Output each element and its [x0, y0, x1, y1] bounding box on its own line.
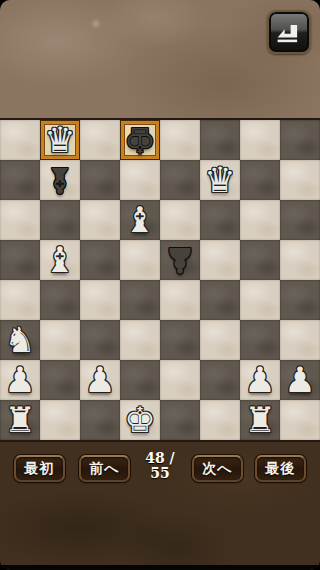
square-d6[interactable]: ♝ — [120, 200, 160, 240]
square-h3[interactable] — [280, 320, 320, 360]
square-a1[interactable]: ♜ — [0, 400, 40, 440]
top-frame — [0, 0, 320, 118]
piece-black-bishop-b7: ♝ — [40, 160, 80, 200]
next-move-button[interactable]: 次へ — [192, 455, 243, 482]
piece-white-rook-a1: ♜ — [0, 400, 40, 440]
square-c7[interactable] — [80, 160, 120, 200]
piece-white-pawn-g2: ♟ — [240, 360, 280, 400]
rotate-arrow-icon — [276, 19, 302, 45]
piece-black-king-d8: ♚ — [120, 120, 160, 160]
square-e2[interactable] — [160, 360, 200, 400]
square-f1[interactable] — [200, 400, 240, 440]
square-d8[interactable]: ♚ — [120, 120, 160, 160]
piece-white-queen-b8: ♛ — [40, 120, 80, 160]
square-f3[interactable] — [200, 320, 240, 360]
square-e6[interactable] — [160, 200, 200, 240]
square-f6[interactable] — [200, 200, 240, 240]
square-g8[interactable] — [240, 120, 280, 160]
square-a4[interactable] — [0, 280, 40, 320]
piece-white-pawn-a2: ♟ — [0, 360, 40, 400]
app-screen: ♛♚♝♛♝♝♟♞♟♟♟♟♜♚♜ 最初 前へ 48 / 55 次へ 最後 — [0, 0, 320, 570]
square-f8[interactable] — [200, 120, 240, 160]
square-h7[interactable] — [280, 160, 320, 200]
square-c4[interactable] — [80, 280, 120, 320]
square-d7[interactable] — [120, 160, 160, 200]
square-h1[interactable] — [280, 400, 320, 440]
chess-board: ♛♚♝♛♝♝♟♞♟♟♟♟♜♚♜ — [0, 118, 320, 442]
prev-move-button[interactable]: 前へ — [79, 455, 130, 482]
square-e5[interactable]: ♟ — [160, 240, 200, 280]
flip-board-button[interactable] — [267, 10, 311, 54]
square-g3[interactable] — [240, 320, 280, 360]
square-h2[interactable]: ♟ — [280, 360, 320, 400]
piece-white-bishop-d6: ♝ — [120, 200, 160, 240]
square-h6[interactable] — [280, 200, 320, 240]
square-b2[interactable] — [40, 360, 80, 400]
move-counter-total: 55 — [150, 465, 169, 481]
piece-white-pawn-c2: ♟ — [80, 360, 120, 400]
square-g4[interactable] — [240, 280, 280, 320]
square-d4[interactable] — [120, 280, 160, 320]
square-a5[interactable] — [0, 240, 40, 280]
square-c3[interactable] — [80, 320, 120, 360]
square-b1[interactable] — [40, 400, 80, 440]
piece-black-pawn-e5: ♟ — [160, 240, 200, 280]
square-f5[interactable] — [200, 240, 240, 280]
piece-white-knight-a3: ♞ — [0, 320, 40, 360]
square-a6[interactable] — [0, 200, 40, 240]
square-g6[interactable] — [240, 200, 280, 240]
square-b4[interactable] — [40, 280, 80, 320]
square-c8[interactable] — [80, 120, 120, 160]
square-c6[interactable] — [80, 200, 120, 240]
square-c2[interactable]: ♟ — [80, 360, 120, 400]
piece-white-queen-f7: ♛ — [200, 160, 240, 200]
piece-white-bishop-b5: ♝ — [40, 240, 80, 280]
square-a2[interactable]: ♟ — [0, 360, 40, 400]
square-e7[interactable] — [160, 160, 200, 200]
first-move-button[interactable]: 最初 — [14, 455, 65, 482]
square-d2[interactable] — [120, 360, 160, 400]
piece-white-rook-g1: ♜ — [240, 400, 280, 440]
move-counter: 48 / 55 — [128, 450, 192, 480]
square-a3[interactable]: ♞ — [0, 320, 40, 360]
square-e4[interactable] — [160, 280, 200, 320]
piece-white-king-d1: ♚ — [120, 400, 160, 440]
board-grid: ♛♚♝♛♝♝♟♞♟♟♟♟♜♚♜ — [0, 120, 320, 440]
square-g2[interactable]: ♟ — [240, 360, 280, 400]
move-counter-separator: / — [170, 450, 175, 466]
square-c1[interactable] — [80, 400, 120, 440]
square-f2[interactable] — [200, 360, 240, 400]
square-g1[interactable]: ♜ — [240, 400, 280, 440]
square-b7[interactable]: ♝ — [40, 160, 80, 200]
bottom-toolbar: 最初 前へ 48 / 55 次へ 最後 — [0, 442, 320, 565]
square-b3[interactable] — [40, 320, 80, 360]
square-g7[interactable] — [240, 160, 280, 200]
square-d1[interactable]: ♚ — [120, 400, 160, 440]
square-d3[interactable] — [120, 320, 160, 360]
square-a7[interactable] — [0, 160, 40, 200]
square-b5[interactable]: ♝ — [40, 240, 80, 280]
square-b6[interactable] — [40, 200, 80, 240]
move-counter-current: 48 — [145, 450, 164, 466]
square-g5[interactable] — [240, 240, 280, 280]
square-c5[interactable] — [80, 240, 120, 280]
square-b8[interactable]: ♛ — [40, 120, 80, 160]
square-e1[interactable] — [160, 400, 200, 440]
square-e3[interactable] — [160, 320, 200, 360]
square-h8[interactable] — [280, 120, 320, 160]
square-d5[interactable] — [120, 240, 160, 280]
square-h5[interactable] — [280, 240, 320, 280]
screen-bottom-edge — [0, 565, 320, 570]
square-f4[interactable] — [200, 280, 240, 320]
piece-white-pawn-h2: ♟ — [280, 360, 320, 400]
square-a8[interactable] — [0, 120, 40, 160]
square-h4[interactable] — [280, 280, 320, 320]
last-move-button[interactable]: 最後 — [255, 455, 306, 482]
square-e8[interactable] — [160, 120, 200, 160]
square-f7[interactable]: ♛ — [200, 160, 240, 200]
